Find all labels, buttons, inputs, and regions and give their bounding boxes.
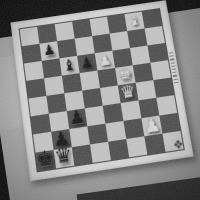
piece-black-king-a1: ♚ (35, 147, 56, 170)
piece-white-pawn-g2: ♟ (142, 114, 162, 136)
maker-logo-icon: ❖ (170, 136, 188, 155)
piece-black-pawn-b7: ♟ (42, 42, 56, 57)
chess-board: ♝♟♝♟♟♚♛♟♟♟♛♚ ❖ (10, 0, 193, 181)
piece-black-pawn-c3: ♟ (67, 107, 86, 127)
piece-black-queen-b1: ♛ (53, 145, 74, 168)
piece-white-pawn-e6: ♟ (97, 51, 113, 67)
piece-black-pawn-d6: ♟ (79, 54, 94, 71)
piece-white-queen-f4: ♛ (119, 82, 137, 101)
photo-scene: ♝♟♝♟♟♚♛♟♟♟♛♚ ❖ (0, 0, 200, 200)
pieces-layer: ♝♟♝♟♟♚♛♟♟♟♛♚ (20, 9, 184, 171)
piece-black-bishop-c6: ♝ (62, 56, 77, 73)
piece-white-bishop-g8: ♝ (128, 13, 142, 27)
